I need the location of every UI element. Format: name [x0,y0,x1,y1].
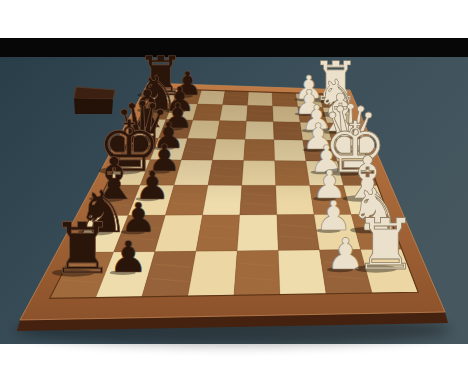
black-backdrop-band [0,38,468,57]
black-pawn-glyph: ♟ [109,232,148,282]
piece-black-pawn-f2r8[interactable]: ♟ [109,232,148,282]
chess-photo-scene: ♜♟♟♜♞♟♟♞♝♟♟♝♛♟♟♛♚♟♟♚♝♟♟♝♞♟♟♞♜♟♟♜ [0,0,468,382]
piece-white-rook-f8r8[interactable]: ♜ [354,203,417,286]
white-rook-glyph: ♜ [354,203,417,286]
piece-black-rook-f1r8[interactable]: ♜ [51,207,114,290]
chess-photo-stage: ♜♟♟♜♞♟♟♞♝♟♟♝♛♟♟♛♚♟♟♚♝♟♟♝♞♟♟♞♜♟♟♜ [0,0,468,382]
black-rook-glyph: ♜ [51,207,114,290]
